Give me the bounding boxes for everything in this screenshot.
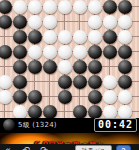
stone-black bbox=[118, 45, 132, 59]
stone-white bbox=[13, 105, 27, 119]
stone-black bbox=[103, 30, 117, 44]
undo-button[interactable]: ↶ bbox=[20, 144, 32, 150]
redo-button[interactable]: ↷ bbox=[38, 144, 50, 150]
stone-white bbox=[88, 30, 102, 44]
stone-black bbox=[28, 30, 42, 44]
go-board[interactable] bbox=[0, 0, 139, 118]
stone-white bbox=[103, 90, 117, 104]
stone-black bbox=[13, 15, 27, 29]
status-bar: 5級 (1324) 00:42 bbox=[0, 118, 139, 133]
game-timer: 00:42 bbox=[94, 118, 137, 132]
stone-black bbox=[0, 45, 12, 59]
stone-white bbox=[58, 30, 72, 44]
stone-white bbox=[28, 15, 42, 29]
stone-white bbox=[88, 15, 102, 29]
stone-black bbox=[118, 75, 132, 89]
stone-white bbox=[118, 30, 132, 44]
stone-white bbox=[43, 45, 57, 59]
stone-black bbox=[73, 105, 87, 119]
stone-black bbox=[103, 45, 117, 59]
stone-white bbox=[73, 0, 87, 14]
stone-white bbox=[0, 75, 12, 89]
stone-black bbox=[0, 15, 12, 29]
stone-black bbox=[88, 105, 102, 119]
stone-black bbox=[13, 45, 27, 59]
stone-white bbox=[88, 0, 102, 14]
stone-black bbox=[118, 60, 132, 74]
stone-white bbox=[43, 15, 57, 29]
stone-black bbox=[88, 75, 102, 89]
stone-black bbox=[118, 0, 132, 14]
stone-black bbox=[88, 45, 102, 59]
stone-white bbox=[118, 105, 132, 119]
stone-white bbox=[58, 60, 72, 74]
stone-black bbox=[43, 105, 57, 119]
stone-black bbox=[13, 75, 27, 89]
stone-white bbox=[73, 30, 87, 44]
stone-white bbox=[103, 75, 117, 89]
stone-white bbox=[0, 90, 12, 104]
stone-white bbox=[103, 105, 117, 119]
stone-black bbox=[88, 60, 102, 74]
stone-white bbox=[118, 15, 132, 29]
stone-white bbox=[58, 45, 72, 59]
result-banner: 6.0目半で黒の勝ち bbox=[0, 133, 139, 144]
player-rank-rating: 5級 (1324) bbox=[18, 121, 57, 130]
stone-white bbox=[13, 0, 27, 14]
stone-black bbox=[88, 90, 102, 104]
stone-black bbox=[13, 60, 27, 74]
stone-black bbox=[13, 30, 27, 44]
stone-white bbox=[58, 0, 72, 14]
stone-white bbox=[28, 0, 42, 14]
toolbar: « ↶ ↷ 計 黒 パス ? bbox=[0, 144, 139, 150]
player-black-stone-icon bbox=[3, 119, 15, 131]
stone-black bbox=[13, 90, 27, 104]
stone-white bbox=[43, 30, 57, 44]
stone-white bbox=[28, 45, 42, 59]
pass-button[interactable]: 計 黒 パス bbox=[75, 145, 112, 150]
stone-white bbox=[103, 15, 117, 29]
app-screen: 5級 (1324) 00:42 6.0目半で黒の勝ち « ↶ ↷ 計 黒 パス … bbox=[0, 0, 139, 150]
stone-white bbox=[73, 45, 87, 59]
stone-black bbox=[58, 90, 72, 104]
stone-black bbox=[28, 90, 42, 104]
stone-black bbox=[103, 0, 117, 14]
stone-black bbox=[28, 105, 42, 119]
stone-white bbox=[43, 0, 57, 14]
stone-white bbox=[118, 90, 132, 104]
stone-black bbox=[0, 0, 12, 14]
nav-first-button[interactable]: « bbox=[2, 144, 14, 150]
stone-black bbox=[73, 75, 87, 89]
help-button[interactable]: ? bbox=[116, 145, 131, 150]
stone-black bbox=[58, 75, 72, 89]
stone-black bbox=[73, 60, 87, 74]
stone-black bbox=[28, 60, 42, 74]
stone-black bbox=[43, 60, 57, 74]
